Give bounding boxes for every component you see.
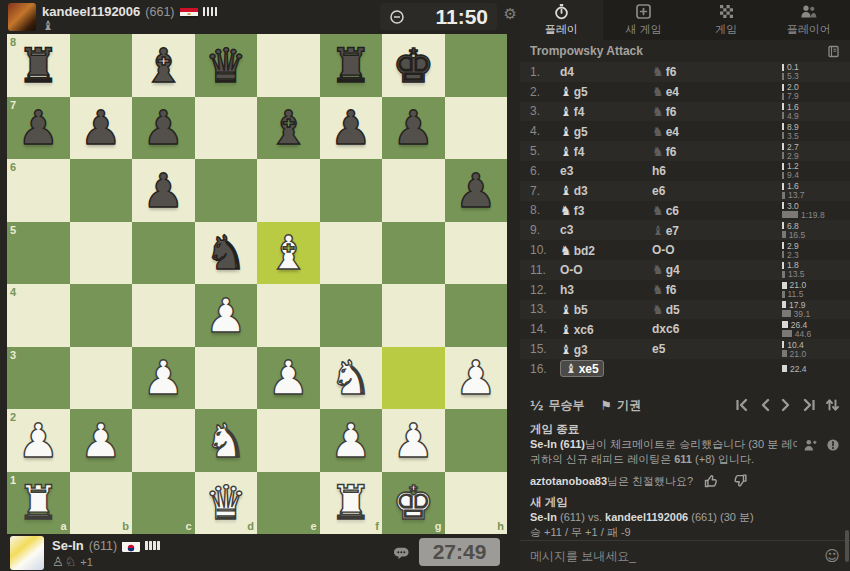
time-value: 3.0 xyxy=(787,201,799,211)
time-bar xyxy=(782,202,784,209)
thumbs-down-icon[interactable] xyxy=(732,473,749,489)
white-bishop: ♝ xyxy=(257,222,320,285)
time-bar xyxy=(782,73,784,80)
san-text: f6 xyxy=(666,283,677,297)
player-rating: (611) xyxy=(89,539,117,553)
tab-play-label: 플레이 xyxy=(545,22,578,37)
time-value: 5.3 xyxy=(787,71,799,81)
draw-button[interactable]: ½ 무승부 xyxy=(530,397,584,414)
square-f8[interactable]: ♜ xyxy=(320,34,383,97)
move-black[interactable]: e5 xyxy=(652,342,665,356)
move-row-8: 8.♞f3♞c63.01:19.8 xyxy=(520,201,850,221)
jump-to-start-button[interactable] xyxy=(735,398,750,412)
san-text: f6 xyxy=(666,65,677,79)
file-label-h: h xyxy=(497,521,504,532)
time-value: 9.4 xyxy=(787,170,799,180)
square-d4[interactable]: ♟ xyxy=(195,284,258,347)
move-white-cell: h3 xyxy=(560,283,652,297)
move-times: 1.64.9 xyxy=(782,103,850,120)
move-black[interactable]: ♞f6 xyxy=(652,104,676,119)
flip-board-button[interactable] xyxy=(825,398,840,412)
square-a1[interactable]: 1a♜ xyxy=(7,472,70,535)
san-text: h6 xyxy=(652,164,666,178)
square-d3[interactable] xyxy=(195,347,258,410)
rank-label-2: 2 xyxy=(10,412,16,423)
white-move-time: 0.1 xyxy=(782,63,846,71)
move-white[interactable]: ♝b5 xyxy=(560,302,588,317)
move-times: 0.15.3 xyxy=(782,63,850,80)
black-pawn: ♟ xyxy=(70,97,133,160)
move-times: 2.07.9 xyxy=(782,83,850,100)
opponent-rating: (661) xyxy=(145,5,174,19)
file-label-f: f xyxy=(375,521,379,532)
feedback-row: aztotanoboa83님은 친절했나요? xyxy=(530,473,840,489)
move-black[interactable]: e6 xyxy=(652,184,665,198)
opponent-clock-time: 11:50 xyxy=(435,5,488,29)
black-pawn: ♟ xyxy=(320,97,383,160)
thumbs-up-icon[interactable] xyxy=(703,473,720,489)
san-text: e3 xyxy=(560,164,573,178)
move-number: 4. xyxy=(520,124,560,138)
move-number: 6. xyxy=(520,164,560,178)
game-result-line: Se-In (611)님이 체크메이트로 승리했습니다 (30 분 레이팅 반영… xyxy=(530,437,840,452)
add-friend-icon[interactable] xyxy=(803,438,817,452)
san-text: d5 xyxy=(666,303,680,317)
chat-input-bar: 메시지를 보내세요_ ☺ xyxy=(520,540,850,571)
black-pawn: ♟ xyxy=(132,159,195,222)
square-g1[interactable]: g♚ xyxy=(382,472,445,535)
square-e7[interactable]: ♝ xyxy=(257,97,320,160)
move-white[interactable]: ♝g3 xyxy=(560,342,588,357)
time-bar xyxy=(782,64,784,71)
rank-label-3: 3 xyxy=(10,350,16,361)
square-h3[interactable]: ♟ xyxy=(445,347,508,410)
file-label-e: e xyxy=(310,521,316,532)
black-knight-icon: ♞ xyxy=(652,144,664,159)
black-knight-icon: ♞ xyxy=(652,124,664,139)
square-f7[interactable]: ♟ xyxy=(320,97,383,160)
square-f6[interactable] xyxy=(320,159,383,222)
player-name[interactable]: Se-In xyxy=(52,538,84,553)
square-f3[interactable]: ♞ xyxy=(320,347,383,410)
square-e6[interactable] xyxy=(257,159,320,222)
move-row-11: 11.O-O♞g41.813.5 xyxy=(520,260,850,280)
square-e5[interactable]: ♝ xyxy=(257,222,320,285)
opponent-name[interactable]: kandeel1192006 xyxy=(42,4,140,19)
black-queen: ♛ xyxy=(195,34,258,97)
move-row-12: 12.h3♞f621.011.5 xyxy=(520,280,850,300)
move-row-3: 3.♝f4♞f61.64.9 xyxy=(520,102,850,122)
square-a4[interactable]: 4 xyxy=(7,284,70,347)
square-e1[interactable]: e xyxy=(257,472,320,535)
time-bar xyxy=(782,282,787,289)
move-white-cell: O-O xyxy=(560,263,652,277)
square-d2[interactable]: ♞ xyxy=(195,409,258,472)
file-label-g: g xyxy=(435,521,442,532)
black-move-time: 7.9 xyxy=(782,92,846,100)
square-g6[interactable] xyxy=(382,159,445,222)
square-c4[interactable] xyxy=(132,284,195,347)
report-icon[interactable] xyxy=(826,438,840,452)
time-bar xyxy=(782,350,787,357)
square-c3[interactable]: ♟ xyxy=(132,347,195,410)
square-f5[interactable] xyxy=(320,222,383,285)
white-knight-icon: ♞ xyxy=(560,243,572,258)
time-value: 2.3 xyxy=(787,250,799,260)
move-row-2: 2.♝g5♞e42.07.9 xyxy=(520,82,850,102)
move-white-cell: ♝b5 xyxy=(560,302,652,317)
black-bishop: ♝ xyxy=(132,34,195,97)
san-text: g3 xyxy=(574,343,588,357)
chat-bubble-icon[interactable] xyxy=(392,546,411,565)
white-move-time: 1.6 xyxy=(782,103,846,111)
move-white[interactable]: ♞bd2 xyxy=(560,243,595,258)
black-bishop-icon: ♝ xyxy=(652,223,664,238)
move-black[interactable]: ♞f6 xyxy=(652,64,676,79)
move-white[interactable]: d4 xyxy=(560,65,574,79)
half-point-icon: ½ xyxy=(530,398,543,413)
square-c2[interactable] xyxy=(132,409,195,472)
tab-players[interactable]: 플레이어 xyxy=(768,0,850,40)
square-a6[interactable]: 6 xyxy=(7,159,70,222)
square-g5[interactable] xyxy=(382,222,445,285)
side-panel: 플레이 새 게임 게임 플레이어 Trompowsky At xyxy=(520,0,850,571)
black-knight-icon: ♞ xyxy=(652,203,664,218)
move-white-cell: e3 xyxy=(560,164,652,178)
emoji-icon[interactable]: ☺ xyxy=(824,547,840,565)
white-move-time: 21.0 xyxy=(782,281,846,289)
move-white[interactable]: ♝f4 xyxy=(560,104,584,119)
jump-to-end-button[interactable] xyxy=(801,398,816,412)
white-rook: ♜ xyxy=(320,472,383,535)
square-b7[interactable]: ♟ xyxy=(70,97,133,160)
rank-label-4: 4 xyxy=(10,287,16,298)
move-black-cell: ♞c6 xyxy=(652,203,782,218)
settings-gear-icon[interactable]: ⚙ xyxy=(504,5,517,23)
opponent-avatar[interactable] xyxy=(8,3,36,31)
white-move-time: 17.9 xyxy=(782,301,846,309)
resign-label: 기권 xyxy=(617,397,641,414)
black-move-time: 9.4 xyxy=(782,171,846,179)
white-move-time: 10.4 xyxy=(782,341,846,349)
move-white[interactable]: h3 xyxy=(560,283,574,297)
opponent-captured: ♝ xyxy=(42,18,55,33)
time-bar xyxy=(782,143,784,150)
move-navigation xyxy=(735,398,840,412)
previous-move-button[interactable] xyxy=(759,398,771,412)
white-move-time: 26.4 xyxy=(782,321,846,329)
time-bar xyxy=(782,93,784,100)
square-d7[interactable] xyxy=(195,97,258,160)
move-times: 22.4 xyxy=(782,365,850,373)
opening-name[interactable]: Trompowsky Attack xyxy=(530,44,643,58)
square-d8[interactable]: ♛ xyxy=(195,34,258,97)
square-d1[interactable]: d♛ xyxy=(195,472,258,535)
black-king: ♚ xyxy=(382,34,445,97)
chess-app: kandeel1192006 (661) ♝ 11:50 ⚙ 8♜♝♛♜♚7♟♟… xyxy=(0,0,850,571)
game-over-panel: 게임 종료 Se-In (611)님이 체크메이트로 승리했습니다 (30 분 … xyxy=(520,419,850,540)
square-g4[interactable] xyxy=(382,284,445,347)
square-h5[interactable] xyxy=(445,222,508,285)
square-h7[interactable] xyxy=(445,97,508,160)
square-b5[interactable] xyxy=(70,222,133,285)
move-black[interactable]: ♞c6 xyxy=(652,203,679,218)
move-number: 8. xyxy=(520,203,560,217)
black-knight-icon: ♞ xyxy=(652,104,664,119)
san-text: O-O xyxy=(560,263,583,277)
black-pawn: ♟ xyxy=(382,97,445,160)
black-knight-icon: ♞ xyxy=(652,84,664,99)
time-value: 2.9 xyxy=(787,151,799,161)
move-row-10: 10.♞bd2O-O2.92.3 xyxy=(520,240,850,260)
black-bishop: ♝ xyxy=(257,97,320,160)
white-pawn: ♟ xyxy=(257,347,320,410)
move-times: 21.011.5 xyxy=(782,281,850,298)
move-black[interactable]: ♞e4 xyxy=(652,124,679,139)
square-a2[interactable]: 2♟ xyxy=(7,409,70,472)
white-pawn: ♟ xyxy=(320,409,383,472)
move-number: 13. xyxy=(520,302,560,316)
move-black[interactable]: ♝e7 xyxy=(652,223,679,238)
square-d6[interactable] xyxy=(195,159,258,222)
move-black[interactable]: dxc6 xyxy=(652,322,679,336)
player-avatar[interactable] xyxy=(10,536,44,570)
white-pawn: ♟ xyxy=(445,347,508,410)
san-text: e6 xyxy=(652,184,665,198)
move-times: 10.421.0 xyxy=(782,341,850,358)
new-rating: 611 xyxy=(674,453,692,465)
time-bar xyxy=(782,222,784,229)
square-f2[interactable]: ♟ xyxy=(320,409,383,472)
white-move-time: 6.8 xyxy=(782,222,846,230)
square-h8[interactable] xyxy=(445,34,508,97)
draw-label: 무승부 xyxy=(548,397,584,414)
book-icon[interactable] xyxy=(827,45,840,58)
square-e2[interactable] xyxy=(257,409,320,472)
time-bar xyxy=(782,310,791,317)
square-a5[interactable]: 5 xyxy=(7,222,70,285)
black-move-time: 2.3 xyxy=(782,251,846,259)
white-knight: ♞ xyxy=(320,347,383,410)
move-white-cell: ♝g5 xyxy=(560,124,652,139)
time-value: 13.5 xyxy=(788,269,805,279)
time-bar xyxy=(782,271,785,278)
move-white-cell: ♞f3 xyxy=(560,203,652,218)
time-value: 13.7 xyxy=(788,190,805,200)
san-text: d3 xyxy=(574,184,588,198)
move-times: 6.816.5 xyxy=(782,222,850,239)
square-h2[interactable] xyxy=(445,409,508,472)
square-b2[interactable]: ♟ xyxy=(70,409,133,472)
white-move-time: 1.2 xyxy=(782,162,846,170)
new-game-title: 새 게임 xyxy=(530,495,840,510)
chat-input[interactable]: 메시지를 보내세요_ xyxy=(530,548,824,565)
move-number: 11. xyxy=(520,263,560,277)
white-bishop-icon: ♝ xyxy=(560,342,572,357)
move-times: 8.93.5 xyxy=(782,123,850,140)
time-value: 3.5 xyxy=(787,131,799,141)
resign-button[interactable]: ⚑ 기권 xyxy=(600,397,641,414)
move-white[interactable]: O-O xyxy=(560,263,583,277)
square-a3[interactable]: 3 xyxy=(7,347,70,410)
move-number: 12. xyxy=(520,283,560,297)
move-white[interactable]: ♝xe5 xyxy=(560,360,604,377)
move-times: 17.939.1 xyxy=(782,301,850,318)
san-text: xc6 xyxy=(574,323,594,337)
file-label-d: d xyxy=(247,521,254,532)
move-white[interactable]: ♞f3 xyxy=(560,203,584,218)
move-black[interactable]: O-O xyxy=(652,243,675,257)
square-e4[interactable] xyxy=(257,284,320,347)
san-text: f4 xyxy=(574,105,585,119)
file-label-a: a xyxy=(60,521,66,532)
panel-scrollbar[interactable] xyxy=(845,530,849,562)
black-knight-icon: ♞ xyxy=(652,282,664,297)
move-number: 3. xyxy=(520,104,560,118)
move-white-cell: ♞bd2 xyxy=(560,243,652,258)
square-b3[interactable] xyxy=(70,347,133,410)
black-move-time: 4.9 xyxy=(782,112,846,120)
tab-new-game[interactable]: 새 게임 xyxy=(603,0,686,40)
move-number: 10. xyxy=(520,243,560,257)
square-g2[interactable]: ♟ xyxy=(382,409,445,472)
white-move-time: 1.6 xyxy=(782,182,846,190)
square-g3[interactable] xyxy=(382,347,445,410)
move-white-cell: ♝xc6 xyxy=(560,322,652,337)
move-white[interactable]: ♝xc6 xyxy=(560,322,594,337)
move-white-cell: ♝xe5 xyxy=(560,360,652,377)
black-rook: ♜ xyxy=(320,34,383,97)
square-b6[interactable] xyxy=(70,159,133,222)
square-b4[interactable] xyxy=(70,284,133,347)
san-text: dxc6 xyxy=(652,322,679,336)
white-move-time: 2.0 xyxy=(782,83,846,91)
time-bar xyxy=(782,84,784,91)
player-info: Se-In (611) xyxy=(52,538,160,553)
square-f4[interactable] xyxy=(320,284,383,347)
move-black-cell: dxc6 xyxy=(652,322,782,336)
square-h1[interactable]: h xyxy=(445,472,508,535)
move-number: 1. xyxy=(520,65,560,79)
square-a8[interactable]: 8♜ xyxy=(7,34,70,97)
move-white[interactable]: ♝d3 xyxy=(560,183,588,198)
move-white-cell: c3 xyxy=(560,223,652,237)
tab-games[interactable]: 게임 xyxy=(685,0,768,40)
san-text: h3 xyxy=(560,283,574,297)
south-korea-flag-icon xyxy=(122,540,140,552)
square-b1[interactable]: b xyxy=(70,472,133,535)
time-value: 21.0 xyxy=(790,349,807,359)
chess-board[interactable]: 8♜♝♛♜♚7♟♟♟♝♟♟6♟♟5♞♝4♟3♟♟♞♟2♟♟♞♟♟1a♜bcd♛e… xyxy=(7,34,507,534)
move-white[interactable]: e3 xyxy=(560,164,573,178)
black-pawn: ♟ xyxy=(445,159,508,222)
move-black-cell: ♞f6 xyxy=(652,144,782,159)
san-text: c3 xyxy=(560,223,573,237)
move-black[interactable]: ♞e4 xyxy=(652,84,679,99)
black-move-time: 21.0 xyxy=(782,350,846,358)
square-e3[interactable]: ♟ xyxy=(257,347,320,410)
square-c6[interactable]: ♟ xyxy=(132,159,195,222)
square-g7[interactable]: ♟ xyxy=(382,97,445,160)
move-row-6: 6.e3h61.29.4 xyxy=(520,161,850,181)
move-black[interactable]: ♞f6 xyxy=(652,282,676,297)
time-bar xyxy=(782,183,784,190)
square-c7[interactable]: ♟ xyxy=(132,97,195,160)
square-c1[interactable]: c xyxy=(132,472,195,535)
square-d5[interactable]: ♞ xyxy=(195,222,258,285)
material-advantage: +1 xyxy=(80,556,93,568)
square-g8[interactable]: ♚ xyxy=(382,34,445,97)
square-a7[interactable]: 7♟ xyxy=(7,97,70,160)
players-icon xyxy=(800,3,817,20)
move-row-1: 1.d4♞f60.15.3 xyxy=(520,62,850,82)
square-h4[interactable] xyxy=(445,284,508,347)
captured-bishop-icon: ♝ xyxy=(42,18,55,33)
time-bar xyxy=(782,152,784,159)
square-b8[interactable] xyxy=(70,34,133,97)
square-c8[interactable]: ♝ xyxy=(132,34,195,97)
san-text: e4 xyxy=(666,85,679,99)
move-number: 9. xyxy=(520,223,560,237)
square-c5[interactable] xyxy=(132,222,195,285)
move-number: 2. xyxy=(520,85,560,99)
move-times: 26.444.6 xyxy=(782,321,850,338)
tab-play[interactable]: 플레이 xyxy=(520,0,603,40)
time-bar xyxy=(782,365,787,372)
time-bar xyxy=(782,341,784,348)
next-move-button[interactable] xyxy=(780,398,792,412)
winner-name: Se-In (611) xyxy=(530,438,585,450)
white-knight: ♞ xyxy=(195,409,258,472)
move-white[interactable]: c3 xyxy=(560,223,573,237)
black-knight-icon: ♞ xyxy=(652,262,664,277)
move-number: 16. xyxy=(520,362,560,376)
move-row-5: 5.♝f4♞f62.72.9 xyxy=(520,141,850,161)
time-value: 11.5 xyxy=(788,289,804,299)
player-captured: ♙♘ +1 xyxy=(52,554,93,569)
square-h6[interactable]: ♟ xyxy=(445,159,508,222)
new-game-pairing[interactable]: Se-In (611) vs. kandeel1192006 (661) (30… xyxy=(530,510,840,525)
move-black[interactable]: ♞g4 xyxy=(652,262,680,277)
move-white[interactable]: ♝g5 xyxy=(560,84,588,99)
san-text: f4 xyxy=(574,145,585,159)
san-text: g5 xyxy=(574,125,588,139)
white-bishop-icon: ♝ xyxy=(560,322,572,337)
move-black[interactable]: ♞d5 xyxy=(652,302,680,317)
rating-line: 귀하의 신규 래피드 레이팅은 611 (+8) 입니다. xyxy=(530,452,840,467)
black-knight-icon: ♞ xyxy=(652,64,664,79)
black-pawn: ♟ xyxy=(7,97,70,160)
move-row-16: 16.♝xe522.4 xyxy=(520,359,850,379)
move-white[interactable]: ♝f4 xyxy=(560,144,584,159)
move-white-cell: ♝f4 xyxy=(560,104,652,119)
move-black[interactable]: h6 xyxy=(652,164,666,178)
move-row-7: 7.♝d3e61.613.7 xyxy=(520,181,850,201)
square-f1[interactable]: f♜ xyxy=(320,472,383,535)
egypt-flag-icon xyxy=(180,6,198,18)
move-black[interactable]: ♞f6 xyxy=(652,144,676,159)
move-list: 1.d4♞f60.15.32.♝g5♞e42.07.93.♝f4♞f61.64.… xyxy=(520,62,850,379)
time-value: 44.6 xyxy=(795,329,812,339)
timer-icon xyxy=(389,9,405,25)
square-e8[interactable] xyxy=(257,34,320,97)
file-label-c: c xyxy=(185,521,191,532)
move-number: 7. xyxy=(520,184,560,198)
move-black-cell: ♞d5 xyxy=(652,302,782,317)
time-bar xyxy=(782,291,785,298)
san-text: e4 xyxy=(666,125,679,139)
move-white[interactable]: ♝g5 xyxy=(560,124,588,139)
